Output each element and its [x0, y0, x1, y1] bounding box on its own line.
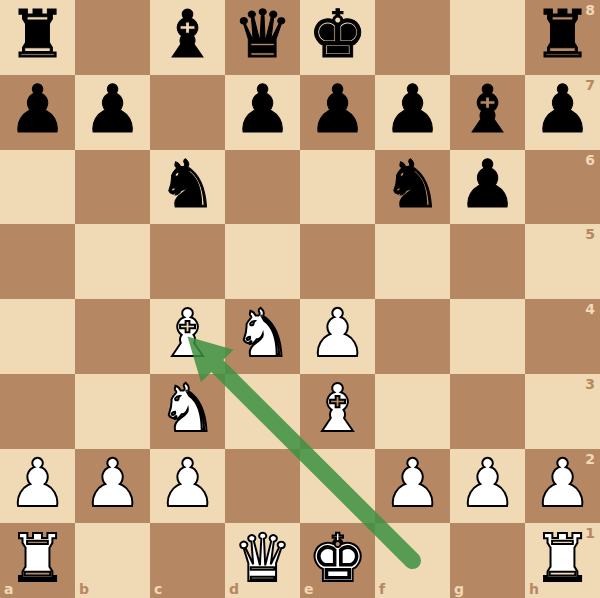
square-h1[interactable]: ♜h1	[525, 523, 600, 598]
square-a6[interactable]	[0, 150, 75, 225]
square-f3[interactable]	[375, 374, 450, 449]
square-b1[interactable]: b	[75, 523, 150, 598]
piece-black-pawn[interactable]: ♟	[233, 77, 292, 143]
square-e7[interactable]: ♟	[300, 75, 375, 150]
piece-black-pawn[interactable]: ♟	[308, 77, 367, 143]
square-d6[interactable]	[225, 150, 300, 225]
square-g8[interactable]	[450, 0, 525, 75]
piece-black-pawn[interactable]: ♟	[533, 77, 592, 143]
square-e5[interactable]	[300, 224, 375, 299]
piece-black-pawn[interactable]: ♟	[458, 152, 517, 218]
rank-label-3: 3	[585, 377, 595, 391]
square-b6[interactable]	[75, 150, 150, 225]
square-d3[interactable]	[225, 374, 300, 449]
square-c1[interactable]: c	[150, 523, 225, 598]
square-e1[interactable]: ♚e	[300, 523, 375, 598]
piece-white-rook[interactable]: ♜	[8, 526, 67, 592]
square-a3[interactable]	[0, 374, 75, 449]
square-g7[interactable]: ♝	[450, 75, 525, 150]
file-label-b: b	[79, 582, 89, 596]
file-label-c: c	[154, 582, 162, 596]
piece-white-knight[interactable]: ♞	[233, 301, 292, 367]
square-e8[interactable]: ♚	[300, 0, 375, 75]
square-g1[interactable]: g	[450, 523, 525, 598]
square-c6[interactable]: ♞	[150, 150, 225, 225]
square-a8[interactable]: ♜	[0, 0, 75, 75]
square-g6[interactable]: ♟	[450, 150, 525, 225]
piece-black-king[interactable]: ♚	[308, 2, 367, 68]
square-c2[interactable]: ♟	[150, 449, 225, 524]
piece-white-pawn[interactable]: ♟	[158, 451, 217, 517]
piece-white-bishop[interactable]: ♝	[158, 301, 217, 367]
square-e6[interactable]	[300, 150, 375, 225]
square-d5[interactable]	[225, 224, 300, 299]
piece-black-pawn[interactable]: ♟	[8, 77, 67, 143]
square-d8[interactable]: ♛	[225, 0, 300, 75]
piece-black-rook[interactable]: ♜	[533, 2, 592, 68]
piece-black-queen[interactable]: ♛	[233, 2, 292, 68]
square-f2[interactable]: ♟	[375, 449, 450, 524]
square-h3[interactable]: 3	[525, 374, 600, 449]
square-e4[interactable]: ♟	[300, 299, 375, 374]
square-d2[interactable]	[225, 449, 300, 524]
piece-white-king[interactable]: ♚	[308, 526, 367, 592]
square-g2[interactable]: ♟	[450, 449, 525, 524]
square-h4[interactable]: 4	[525, 299, 600, 374]
square-f1[interactable]: f	[375, 523, 450, 598]
square-e2[interactable]	[300, 449, 375, 524]
square-b7[interactable]: ♟	[75, 75, 150, 150]
piece-black-rook[interactable]: ♜	[8, 2, 67, 68]
file-label-f: f	[379, 582, 385, 596]
piece-black-pawn[interactable]: ♟	[83, 77, 142, 143]
square-c8[interactable]: ♝	[150, 0, 225, 75]
square-a4[interactable]	[0, 299, 75, 374]
square-a1[interactable]: ♜a	[0, 523, 75, 598]
piece-white-pawn[interactable]: ♟	[8, 451, 67, 517]
square-a7[interactable]: ♟	[0, 75, 75, 150]
square-h5[interactable]: 5	[525, 224, 600, 299]
piece-black-bishop[interactable]: ♝	[158, 2, 217, 68]
square-b5[interactable]	[75, 224, 150, 299]
square-f5[interactable]	[375, 224, 450, 299]
piece-white-pawn[interactable]: ♟	[383, 451, 442, 517]
rank-label-4: 4	[585, 302, 595, 316]
square-h6[interactable]: 6	[525, 150, 600, 225]
piece-white-pawn[interactable]: ♟	[458, 451, 517, 517]
square-f7[interactable]: ♟	[375, 75, 450, 150]
square-c7[interactable]	[150, 75, 225, 150]
square-e3[interactable]: ♝	[300, 374, 375, 449]
square-h7[interactable]: ♟7	[525, 75, 600, 150]
square-g3[interactable]	[450, 374, 525, 449]
square-f6[interactable]: ♞	[375, 150, 450, 225]
square-g4[interactable]	[450, 299, 525, 374]
piece-black-knight[interactable]: ♞	[383, 152, 442, 218]
square-d1[interactable]: ♛d	[225, 523, 300, 598]
square-a2[interactable]: ♟	[0, 449, 75, 524]
square-d7[interactable]: ♟	[225, 75, 300, 150]
square-g5[interactable]	[450, 224, 525, 299]
piece-black-bishop[interactable]: ♝	[458, 77, 517, 143]
square-f4[interactable]	[375, 299, 450, 374]
square-h8[interactable]: ♜8	[525, 0, 600, 75]
rank-label-6: 6	[585, 153, 595, 167]
piece-white-pawn[interactable]: ♟	[533, 451, 592, 517]
square-c3[interactable]: ♞	[150, 374, 225, 449]
square-d4[interactable]: ♞	[225, 299, 300, 374]
square-a5[interactable]	[0, 224, 75, 299]
piece-white-pawn[interactable]: ♟	[308, 301, 367, 367]
piece-white-pawn[interactable]: ♟	[83, 451, 142, 517]
piece-white-knight[interactable]: ♞	[158, 376, 217, 442]
file-label-g: g	[454, 582, 464, 596]
piece-black-pawn[interactable]: ♟	[383, 77, 442, 143]
square-h2[interactable]: ♟2	[525, 449, 600, 524]
rank-label-5: 5	[585, 227, 595, 241]
chess-board: ♜♝♛♚♜8♟♟♟♟♟♝♟7♞♞♟65♝♞♟4♞♝3♟♟♟♟♟♟2♜abc♛d♚…	[0, 0, 600, 598]
square-b8[interactable]	[75, 0, 150, 75]
piece-white-rook[interactable]: ♜	[533, 526, 592, 592]
square-c4[interactable]: ♝	[150, 299, 225, 374]
square-c5[interactable]	[150, 224, 225, 299]
square-b3[interactable]	[75, 374, 150, 449]
square-f8[interactable]	[375, 0, 450, 75]
piece-white-queen[interactable]: ♛	[233, 526, 292, 592]
piece-white-bishop[interactable]: ♝	[308, 376, 367, 442]
square-b2[interactable]: ♟	[75, 449, 150, 524]
square-b4[interactable]	[75, 299, 150, 374]
piece-black-knight[interactable]: ♞	[158, 152, 217, 218]
